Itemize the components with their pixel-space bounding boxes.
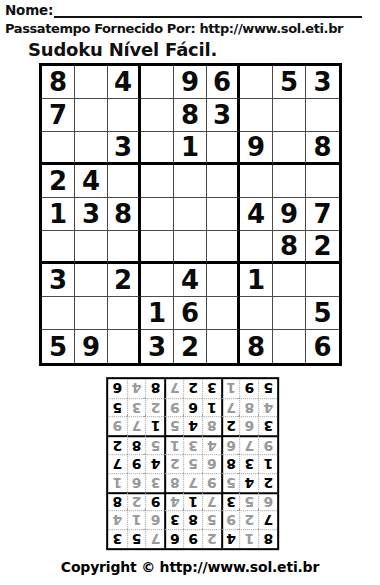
puzzle-cell-r6c3[interactable] (108, 231, 141, 264)
solution-cell-r6c5: 3 (183, 435, 202, 454)
puzzle-cell-r4c5[interactable] (174, 165, 207, 198)
solution-cell-r3c3: 3 (221, 492, 240, 511)
puzzle-cell-r4c4[interactable] (141, 165, 174, 198)
solution-cell-r1c4: 2 (202, 529, 221, 548)
solution-cell-r4c5: 7 (183, 473, 202, 492)
puzzle-cell-r2c2[interactable] (75, 99, 108, 132)
solution-cell-r2c7: 6 (146, 511, 165, 530)
puzzle-cell-r8c9[interactable]: 5 (306, 297, 339, 330)
puzzle-cell-r6c4[interactable] (141, 231, 174, 264)
name-label: Nome: (5, 2, 53, 18)
puzzle-cell-r1c3[interactable]: 4 (108, 66, 141, 99)
solution-cell-r5c7: 4 (146, 454, 165, 473)
solution-cell-r6c8: 8 (127, 435, 146, 454)
puzzle-cell-r6c6[interactable] (207, 231, 240, 264)
solution-cell-r3c8: 2 (127, 492, 146, 511)
puzzle-cell-r2c4[interactable] (141, 99, 174, 132)
puzzle-cell-r5c9[interactable]: 7 (306, 198, 339, 231)
solution-cell-r4c4: 9 (202, 473, 221, 492)
solution-cell-r4c3: 5 (221, 473, 240, 492)
puzzle-cell-r7c6[interactable] (207, 264, 240, 297)
puzzle-cell-r1c5[interactable]: 9 (174, 66, 207, 99)
solution-cell-r1c7: 7 (146, 529, 165, 548)
puzzle-cell-r7c9[interactable] (306, 264, 339, 297)
puzzle-cell-r8c2[interactable] (75, 297, 108, 330)
solution-cell-r2c4: 5 (202, 511, 221, 530)
puzzle-cell-r5c5[interactable] (174, 198, 207, 231)
solution-cell-r3c5: 1 (183, 492, 202, 511)
solution-cell-r5c4: 6 (202, 454, 221, 473)
solution-cell-r7c4: 8 (202, 417, 221, 436)
solution-cell-r2c8: 1 (127, 511, 146, 530)
solution-cell-r9c1: 5 (258, 379, 277, 398)
puzzle-cell-r4c6[interactable] (207, 165, 240, 198)
solution-cell-r8c8: 3 (127, 398, 146, 417)
solution-cell-r9c8: 4 (127, 379, 146, 398)
solution-cell-r8c4: 1 (202, 398, 221, 417)
puzzle-cell-r9c9[interactable]: 6 (306, 330, 339, 363)
solution-cell-r6c7: 5 (146, 435, 165, 454)
solution-cell-r4c8: 6 (127, 473, 146, 492)
puzzle-cell-r3c2[interactable] (75, 132, 108, 165)
copyright: Copyright © http://www.sol.eti.br (0, 559, 380, 575)
puzzle-cell-r8c7[interactable] (240, 297, 273, 330)
solution-cell-r2c3: 9 (221, 511, 240, 530)
puzzle-cell-r2c9[interactable] (306, 99, 339, 132)
puzzle-cell-r9c4[interactable]: 3 (141, 330, 174, 363)
solution-cell-r4c1: 2 (258, 473, 277, 492)
solution-cell-r8c9: 5 (108, 398, 127, 417)
solution-cell-r6c1: 9 (258, 435, 277, 454)
puzzle-cell-r4c8[interactable] (273, 165, 306, 198)
solution-cell-r6c2: 7 (240, 435, 259, 454)
solution-cell-r9c6: 7 (164, 379, 183, 398)
puzzle-cell-r1c6[interactable]: 6 (207, 66, 240, 99)
puzzle-cell-r9c2[interactable]: 9 (75, 330, 108, 363)
solution-cell-r7c6: 5 (164, 417, 183, 436)
puzzle-cell-r6c1[interactable] (42, 231, 75, 264)
solution-cell-r3c9: 8 (108, 492, 127, 511)
solution-cell-r9c7: 8 (146, 379, 165, 398)
puzzle-cell-r8c3[interactable] (108, 297, 141, 330)
solution-cell-r9c2: 9 (240, 379, 259, 398)
puzzle-cell-r2c5[interactable]: 8 (174, 99, 207, 132)
puzzle-cell-r8c4[interactable]: 1 (141, 297, 174, 330)
solution-cell-r6c4: 4 (202, 435, 221, 454)
puzzle-cell-r1c4[interactable] (141, 66, 174, 99)
puzzle-cell-r6c2[interactable] (75, 231, 108, 264)
sudoku-puzzle-grid[interactable]: 849653783319824138497823241165593286 (39, 63, 342, 366)
puzzle-cell-r9c7[interactable]: 8 (240, 330, 273, 363)
solution-cell-r5c2: 3 (240, 454, 259, 473)
name-blank-line[interactable] (54, 3, 362, 18)
puzzle-cell-r2c1[interactable]: 7 (42, 99, 75, 132)
solution-cell-r8c7: 2 (146, 398, 165, 417)
puzzle-cell-r7c3[interactable]: 2 (108, 264, 141, 297)
solution-cell-r4c7: 3 (146, 473, 165, 492)
solution-cell-r8c2: 8 (240, 398, 259, 417)
solution-cell-r6c6: 1 (164, 435, 183, 454)
solution-cell-r3c2: 5 (240, 492, 259, 511)
solution-cell-r9c4: 3 (202, 379, 221, 398)
puzzle-cell-r9c6[interactable] (207, 330, 240, 363)
puzzle-cell-r4c3[interactable] (108, 165, 141, 198)
solution-cell-r7c9: 9 (108, 417, 127, 436)
puzzle-cell-r3c3[interactable]: 3 (108, 132, 141, 165)
sudoku-solution-grid-rotated: 8142967537295836146537149282459783611386… (106, 377, 279, 550)
puzzle-cell-r3c6[interactable] (207, 132, 240, 165)
solution-cell-r1c9: 3 (108, 529, 127, 548)
solution-cell-r7c3: 2 (221, 417, 240, 436)
puzzle-cell-r3c4[interactable] (141, 132, 174, 165)
puzzle-cell-r1c1[interactable]: 8 (42, 66, 75, 99)
puzzle-cell-r7c2[interactable] (75, 264, 108, 297)
puzzle-cell-r5c7[interactable]: 4 (240, 198, 273, 231)
solution-cell-r1c2: 1 (240, 529, 259, 548)
solution-cell-r3c6: 4 (164, 492, 183, 511)
solution-cell-r9c5: 2 (183, 379, 202, 398)
puzzle-cell-r2c6[interactable]: 3 (207, 99, 240, 132)
puzzle-cell-r3c9[interactable]: 8 (306, 132, 339, 165)
solution-cell-r5c8: 9 (127, 454, 146, 473)
solution-cell-r4c2: 4 (240, 473, 259, 492)
puzzle-cell-r5c3[interactable]: 8 (108, 198, 141, 231)
puzzle-cell-r4c1[interactable]: 2 (42, 165, 75, 198)
solution-cell-r1c5: 9 (183, 529, 202, 548)
solution-cell-r5c1: 1 (258, 454, 277, 473)
puzzle-cell-r9c8[interactable] (273, 330, 306, 363)
solution-cell-r8c1: 4 (258, 398, 277, 417)
solution-cell-r7c2: 6 (240, 417, 259, 436)
solution-cell-r5c5: 5 (183, 454, 202, 473)
puzzle-cell-r7c5[interactable]: 4 (174, 264, 207, 297)
name-field-row: Nome: (5, 2, 362, 18)
puzzle-cell-r4c7[interactable] (240, 165, 273, 198)
solution-cell-r3c1: 6 (258, 492, 277, 511)
puzzle-cell-r1c7[interactable] (240, 66, 273, 99)
solution-cell-r7c5: 4 (183, 417, 202, 436)
solution-cell-r9c9: 6 (108, 379, 127, 398)
puzzle-cell-r8c8[interactable] (273, 297, 306, 330)
puzzle-cell-r2c7[interactable] (240, 99, 273, 132)
solution-cell-r6c9: 2 (108, 435, 127, 454)
puzzle-cell-r6c8[interactable]: 8 (273, 231, 306, 264)
solution-cell-r5c3: 8 (221, 454, 240, 473)
puzzle-cell-r9c3[interactable] (108, 330, 141, 363)
page-title: Sudoku Nível Fácil. (28, 39, 217, 60)
puzzle-cell-r1c8[interactable]: 5 (273, 66, 306, 99)
puzzle-cell-r7c4[interactable] (141, 264, 174, 297)
solution-cell-r2c2: 2 (240, 511, 259, 530)
puzzle-cell-r6c9[interactable]: 2 (306, 231, 339, 264)
solution-cell-r3c7: 9 (146, 492, 165, 511)
puzzle-cell-r1c2[interactable] (75, 66, 108, 99)
puzzle-cell-r8c5[interactable]: 6 (174, 297, 207, 330)
puzzle-cell-r1c9[interactable]: 3 (306, 66, 339, 99)
solution-cell-r1c3: 4 (221, 529, 240, 548)
solution-cell-r1c1: 8 (258, 529, 277, 548)
solution-cell-r1c6: 6 (164, 529, 183, 548)
puzzle-cell-r3c5[interactable]: 1 (174, 132, 207, 165)
solution-cell-r2c5: 8 (183, 511, 202, 530)
solution-cell-r8c5: 6 (183, 398, 202, 417)
solution-cell-r8c6: 9 (164, 398, 183, 417)
puzzle-cell-r8c6[interactable] (207, 297, 240, 330)
puzzle-cell-r5c6[interactable] (207, 198, 240, 231)
provider-line: Passatempo Fornecido Por: http://www.sol… (5, 21, 343, 36)
solution-cell-r2c1: 7 (258, 511, 277, 530)
puzzle-cell-r7c8[interactable] (273, 264, 306, 297)
solution-cell-r5c9: 7 (108, 454, 127, 473)
puzzle-cell-r7c1[interactable]: 3 (42, 264, 75, 297)
puzzle-cell-r9c1[interactable]: 5 (42, 330, 75, 363)
solution-cell-r7c1: 3 (258, 417, 277, 436)
puzzle-cell-r2c3[interactable] (108, 99, 141, 132)
solution-cell-r1c8: 5 (127, 529, 146, 548)
solution-cell-r4c9: 1 (108, 473, 127, 492)
solution-cell-r3c4: 7 (202, 492, 221, 511)
puzzle-cell-r6c7[interactable] (240, 231, 273, 264)
solution-cell-r9c3: 1 (221, 379, 240, 398)
puzzle-cell-r2c8[interactable] (273, 99, 306, 132)
solution-cell-r8c3: 7 (221, 398, 240, 417)
solution-cell-r2c6: 3 (164, 511, 183, 530)
solution-cell-r6c3: 6 (221, 435, 240, 454)
puzzle-cell-r3c1[interactable] (42, 132, 75, 165)
puzzle-cell-r3c7[interactable]: 9 (240, 132, 273, 165)
puzzle-cell-r6c5[interactable] (174, 231, 207, 264)
puzzle-cell-r8c1[interactable] (42, 297, 75, 330)
puzzle-cell-r4c9[interactable] (306, 165, 339, 198)
solution-cell-r7c8: 7 (127, 417, 146, 436)
solution-cell-r5c6: 2 (164, 454, 183, 473)
puzzle-cell-r4c2[interactable]: 4 (75, 165, 108, 198)
solution-cell-r2c9: 4 (108, 511, 127, 530)
puzzle-cell-r5c8[interactable]: 9 (273, 198, 306, 231)
puzzle-cell-r5c2[interactable]: 3 (75, 198, 108, 231)
puzzle-cell-r5c4[interactable] (141, 198, 174, 231)
solution-cell-r7c7: 1 (146, 417, 165, 436)
puzzle-cell-r5c1[interactable]: 1 (42, 198, 75, 231)
solution-cell-r4c6: 8 (164, 473, 183, 492)
puzzle-cell-r3c8[interactable] (273, 132, 306, 165)
puzzle-cell-r7c7[interactable]: 1 (240, 264, 273, 297)
puzzle-cell-r9c5[interactable]: 2 (174, 330, 207, 363)
